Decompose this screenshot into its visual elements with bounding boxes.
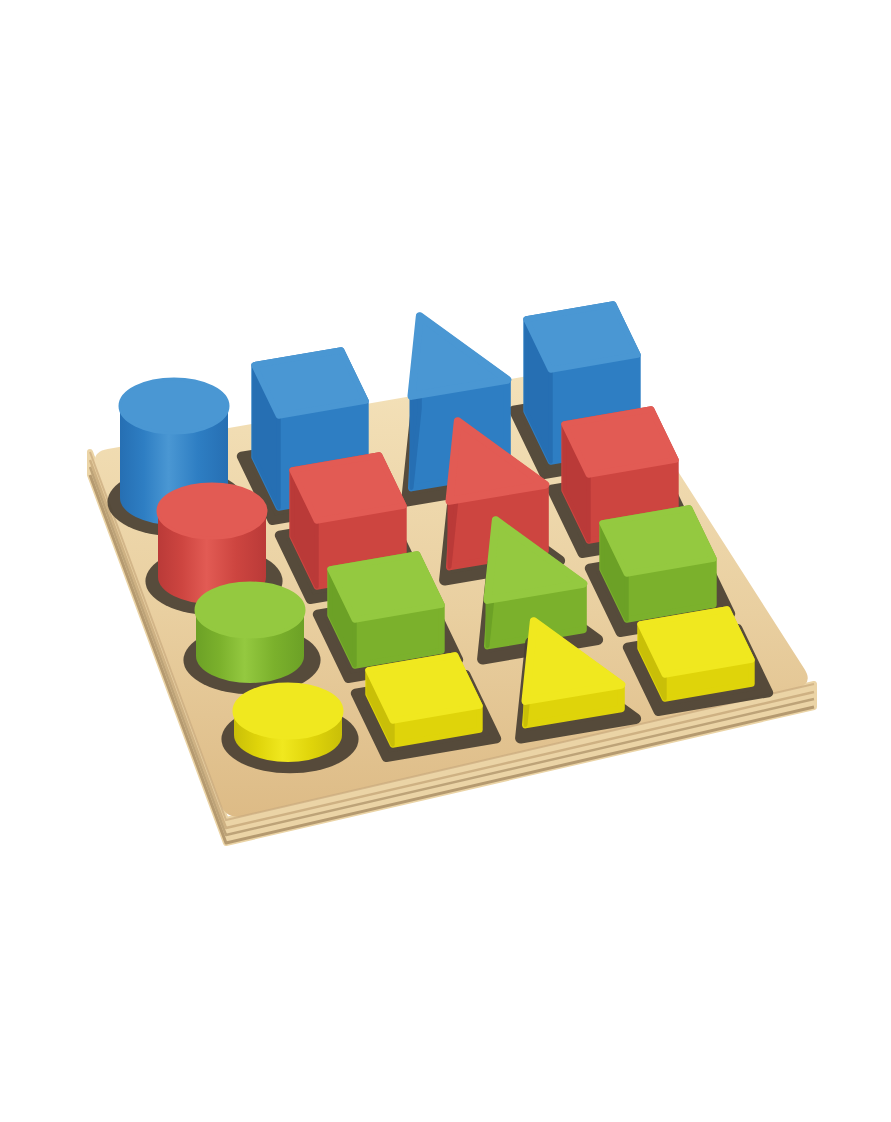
piece-top — [330, 554, 441, 619]
shape-sorter-scene — [0, 0, 891, 1122]
piece-top — [640, 609, 751, 674]
piece-top — [368, 655, 479, 720]
piece-top — [158, 484, 266, 538]
piece-top — [292, 455, 403, 520]
piece-yellow-circle[interactable] — [234, 684, 342, 762]
piece-top — [234, 684, 342, 738]
piece-top — [564, 409, 675, 474]
piece-yellow-square[interactable] — [368, 655, 479, 744]
piece-yellow-square[interactable] — [640, 609, 751, 698]
piece-top — [196, 583, 304, 637]
piece-green-square[interactable] — [330, 554, 441, 665]
piece-top — [120, 379, 228, 433]
piece-green-circle[interactable] — [196, 583, 304, 683]
piece-top — [526, 304, 637, 369]
piece-top — [602, 508, 713, 573]
product-photo — [0, 0, 891, 1122]
piece-top — [254, 350, 365, 415]
piece-green-square[interactable] — [602, 508, 713, 619]
